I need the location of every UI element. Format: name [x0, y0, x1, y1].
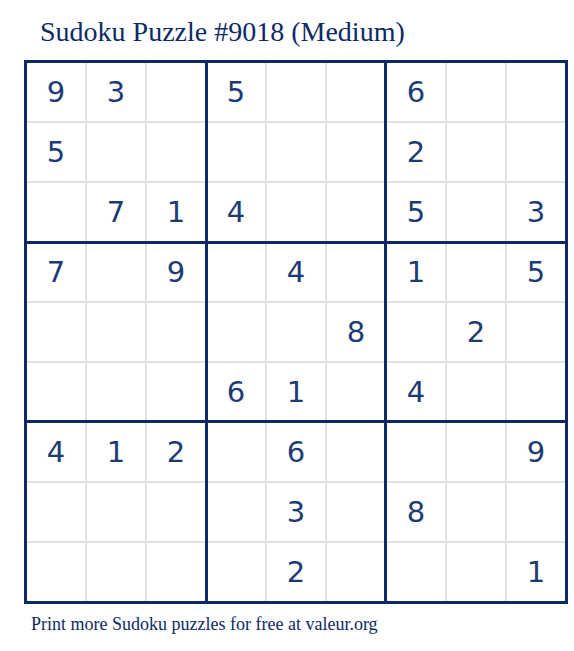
sudoku-cell: 5: [507, 243, 565, 301]
sudoku-cell: [327, 543, 385, 601]
sudoku-cell: [207, 303, 265, 361]
sudoku-cell: 6: [387, 63, 445, 121]
sudoku-cell: 9: [507, 423, 565, 481]
page: Sudoku Puzzle #9018 (Medium) 93565271453…: [0, 0, 574, 651]
sudoku-cell: 1: [267, 363, 325, 421]
sudoku-cell: [207, 483, 265, 541]
sudoku-cell: [507, 63, 565, 121]
sudoku-cell: 1: [387, 243, 445, 301]
sudoku-cell: [267, 183, 325, 241]
sudoku-cell: [387, 423, 445, 481]
sudoku-cell: 8: [327, 303, 385, 361]
sudoku-cell: [147, 303, 205, 361]
sudoku-cell: [327, 423, 385, 481]
sudoku-cell: 2: [387, 123, 445, 181]
sudoku-cell: [147, 483, 205, 541]
sudoku-cell: [507, 303, 565, 361]
sudoku-cell: [507, 483, 565, 541]
sudoku-cell: [267, 123, 325, 181]
sudoku-cell: [87, 243, 145, 301]
sudoku-cell: [87, 123, 145, 181]
sudoku-cell: [447, 243, 505, 301]
sudoku-cell: [327, 483, 385, 541]
sudoku-cell: [147, 363, 205, 421]
sudoku-cell: 1: [147, 183, 205, 241]
sudoku-cell: 2: [447, 303, 505, 361]
sudoku-cell: [207, 243, 265, 301]
sudoku-cell: [27, 183, 85, 241]
sudoku-cell: 6: [267, 423, 325, 481]
sudoku-cell: [27, 483, 85, 541]
sudoku-cell: [267, 63, 325, 121]
box-divider-horizontal-2: [27, 420, 565, 423]
sudoku-cell: [147, 63, 205, 121]
sudoku-cell: 4: [27, 423, 85, 481]
sudoku-cell: [207, 423, 265, 481]
sudoku-cell: [87, 543, 145, 601]
sudoku-cell: [207, 543, 265, 601]
sudoku-board: 935652714537941582614412693821: [24, 60, 568, 604]
sudoku-cell: [327, 123, 385, 181]
sudoku-cell: [327, 63, 385, 121]
sudoku-cell: [507, 363, 565, 421]
sudoku-cell: 4: [387, 363, 445, 421]
sudoku-cell: [267, 303, 325, 361]
sudoku-cell: 2: [147, 423, 205, 481]
sudoku-cell: 6: [207, 363, 265, 421]
sudoku-cell: 9: [27, 63, 85, 121]
box-divider-horizontal-1: [27, 241, 565, 244]
sudoku-cell: 8: [387, 483, 445, 541]
sudoku-cell: [327, 183, 385, 241]
box-divider-vertical-1: [205, 63, 208, 601]
sudoku-grid: 935652714537941582614412693821: [27, 63, 565, 601]
sudoku-cell: 1: [507, 543, 565, 601]
sudoku-cell: 1: [87, 423, 145, 481]
sudoku-cell: [447, 63, 505, 121]
sudoku-cell: [207, 123, 265, 181]
sudoku-cell: [147, 543, 205, 601]
sudoku-cell: 3: [507, 183, 565, 241]
sudoku-cell: [507, 123, 565, 181]
sudoku-cell: [87, 483, 145, 541]
puzzle-title: Sudoku Puzzle #9018 (Medium): [40, 16, 405, 48]
sudoku-cell: 9: [147, 243, 205, 301]
sudoku-cell: [87, 303, 145, 361]
box-divider-vertical-2: [384, 63, 387, 601]
footer-text: Print more Sudoku puzzles for free at va…: [31, 614, 378, 635]
sudoku-cell: [447, 543, 505, 601]
sudoku-cell: 4: [267, 243, 325, 301]
sudoku-cell: 5: [207, 63, 265, 121]
sudoku-cell: [447, 123, 505, 181]
sudoku-cell: [27, 303, 85, 361]
sudoku-cell: 7: [87, 183, 145, 241]
sudoku-cell: [387, 543, 445, 601]
sudoku-cell: [447, 183, 505, 241]
sudoku-cell: 2: [267, 543, 325, 601]
sudoku-cell: 5: [387, 183, 445, 241]
sudoku-cell: [387, 303, 445, 361]
sudoku-cell: 4: [207, 183, 265, 241]
sudoku-cell: 5: [27, 123, 85, 181]
sudoku-cell: [87, 363, 145, 421]
sudoku-cell: [327, 363, 385, 421]
sudoku-cell: [447, 423, 505, 481]
sudoku-cell: 3: [87, 63, 145, 121]
sudoku-cell: [27, 543, 85, 601]
sudoku-cell: [447, 483, 505, 541]
sudoku-cell: [327, 243, 385, 301]
sudoku-cell: [447, 363, 505, 421]
sudoku-cell: [27, 363, 85, 421]
sudoku-cell: [147, 123, 205, 181]
sudoku-cell: 3: [267, 483, 325, 541]
sudoku-cell: 7: [27, 243, 85, 301]
